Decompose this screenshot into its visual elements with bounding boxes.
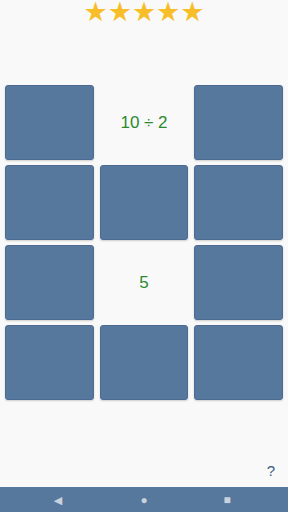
card-face-down[interactable] [194, 165, 283, 240]
star-icon: ★ [83, 0, 107, 28]
star-rating: ★★★★★ [0, 0, 288, 28]
card-face-down[interactable] [100, 165, 189, 240]
card-face-down[interactable] [100, 325, 189, 400]
star-icon: ★ [180, 0, 204, 28]
card-face-down[interactable] [5, 165, 94, 240]
star-icon: ★ [108, 0, 132, 28]
card-face-down[interactable] [194, 85, 283, 160]
android-nav-bar: ◀ ● ■ [0, 487, 288, 512]
card-face-down[interactable] [5, 245, 94, 320]
card-face-up: 5 [100, 245, 189, 320]
app-screen: ★★★★★ 10 ÷ 25 ? ◀ ● ■ [0, 0, 288, 512]
card-face-up: 10 ÷ 2 [100, 85, 189, 160]
star-icon: ★ [132, 0, 156, 28]
star-icon: ★ [156, 0, 180, 28]
card-face-down[interactable] [194, 325, 283, 400]
card-face-down[interactable] [194, 245, 283, 320]
card-grid: 10 ÷ 25 [5, 85, 283, 400]
card-face-down[interactable] [5, 85, 94, 160]
back-icon[interactable]: ◀ [54, 494, 62, 505]
card-face-down[interactable] [5, 325, 94, 400]
recents-icon[interactable]: ■ [223, 494, 230, 506]
home-icon[interactable]: ● [140, 494, 147, 506]
help-button[interactable]: ? [261, 460, 281, 481]
